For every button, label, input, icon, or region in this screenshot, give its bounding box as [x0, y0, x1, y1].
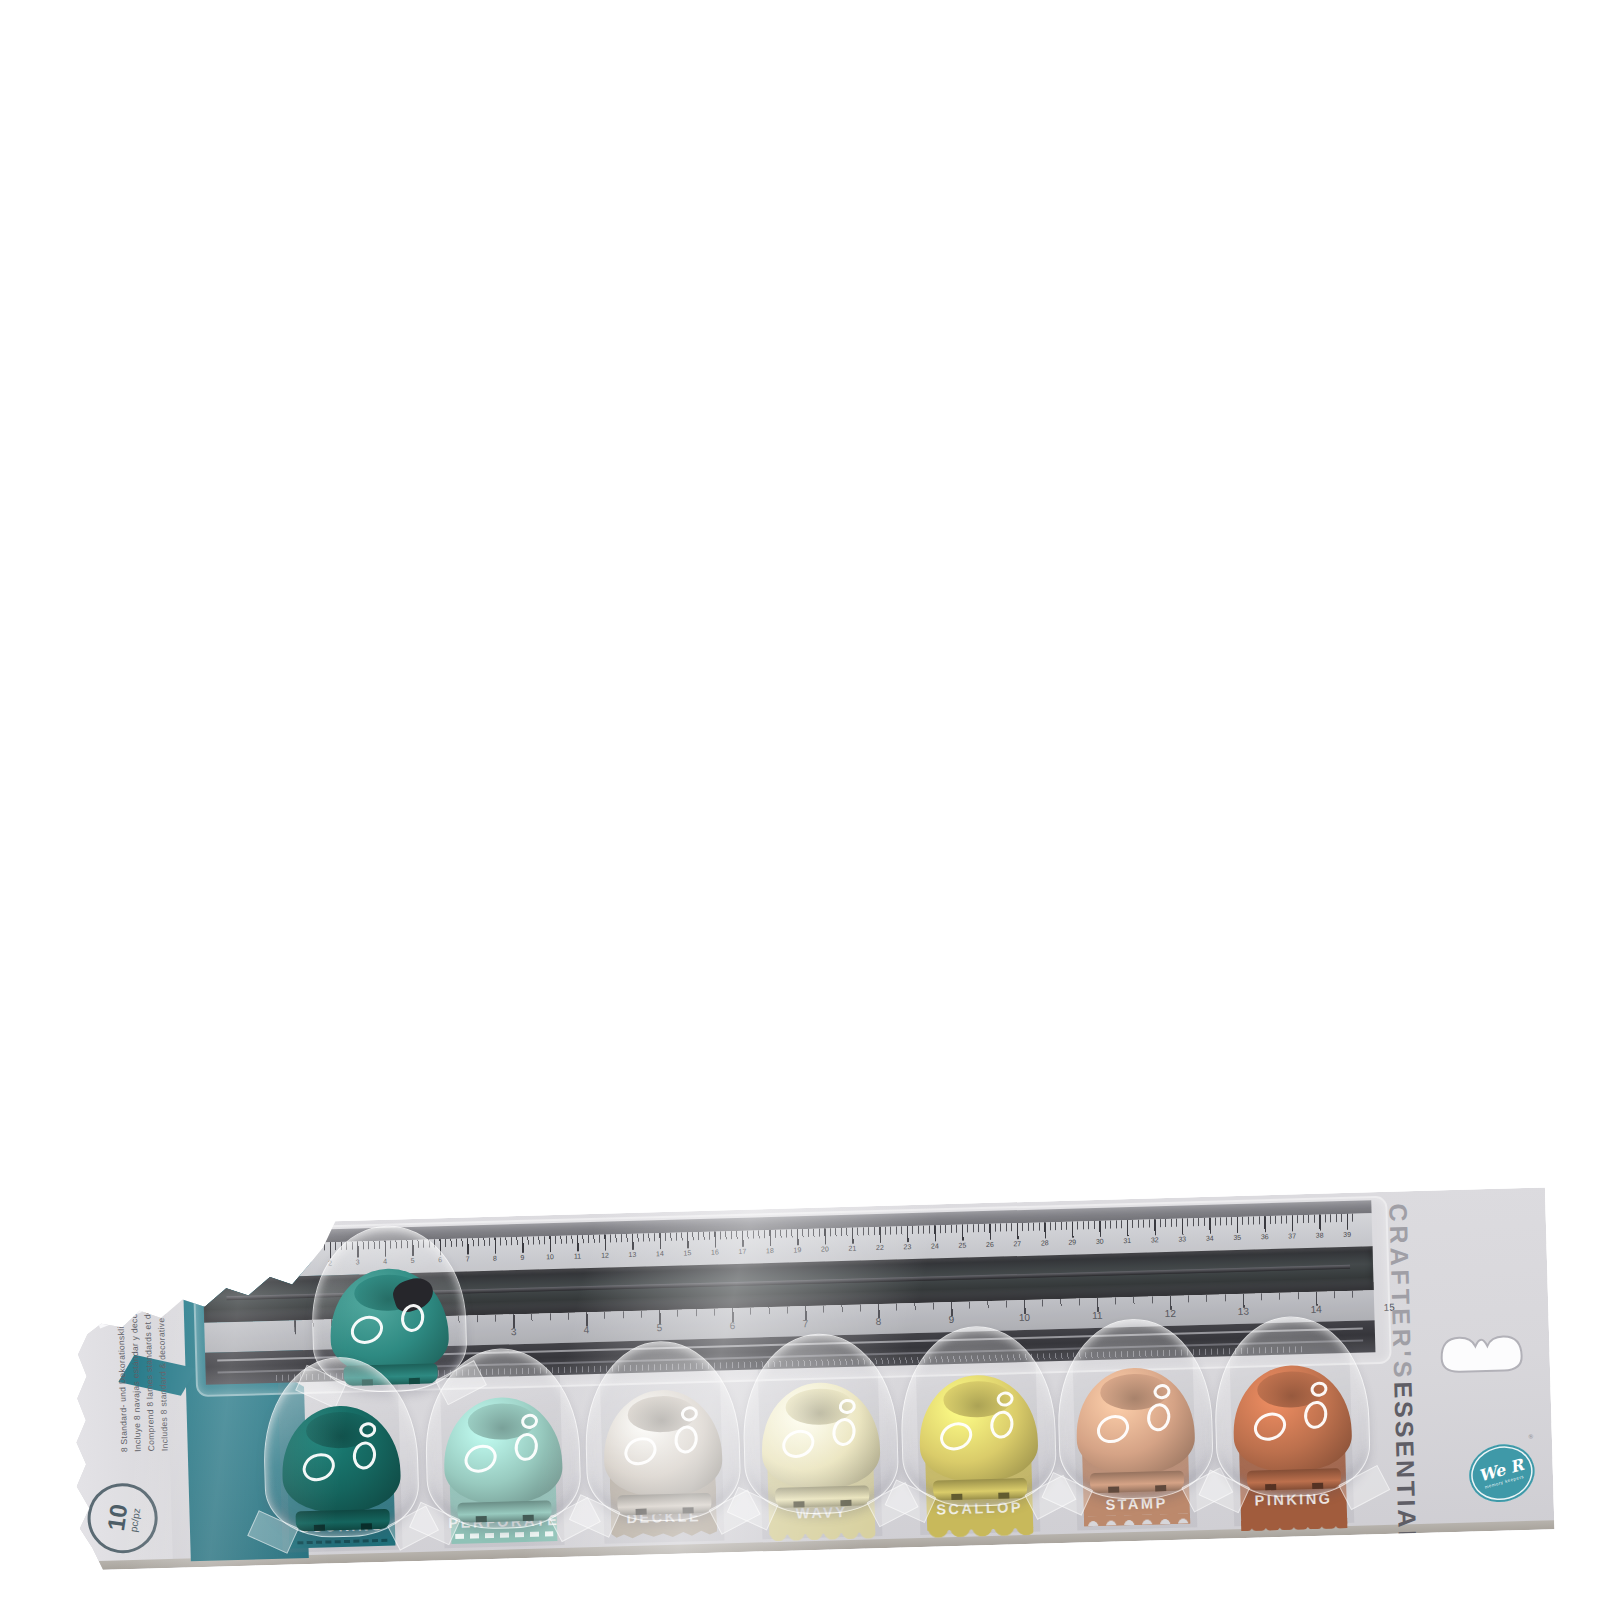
- blade-knob: [281, 1404, 402, 1513]
- base-notch: [523, 1515, 534, 1521]
- plastic-highlight: [1093, 1410, 1134, 1448]
- piece-count-unit: pc/pz: [127, 1507, 141, 1532]
- knob-base: [1247, 1468, 1342, 1491]
- base-notch: [1155, 1485, 1166, 1491]
- includes-text-block: 8 Standard- und Dekorationsklingen inkl.…: [110, 1236, 173, 1453]
- knob-base: [1090, 1471, 1185, 1494]
- blade-knob: [918, 1374, 1039, 1483]
- plastic-highlight: [778, 1424, 819, 1462]
- product-photo: 8 Standard- und Dekorationsklingen inkl.…: [0, 0, 1600, 1600]
- includes-line: 8 Standard- und Dekorationsklingen inkl.: [113, 1237, 129, 1452]
- registered-mark: ®: [1528, 1433, 1534, 1440]
- base-notch: [1312, 1483, 1323, 1489]
- backing-card: 8 Standard- und Dekorationsklingen inkl.…: [64, 1187, 1555, 1570]
- base-notch: [314, 1525, 325, 1531]
- trademark: TM: [1404, 1572, 1414, 1585]
- plastic-highlight: [1250, 1407, 1291, 1445]
- knob-base: [775, 1485, 870, 1508]
- plastic-highlight: [346, 1310, 387, 1348]
- blade-knob: [760, 1381, 881, 1490]
- knob-base: [933, 1478, 1028, 1501]
- base-notch: [951, 1494, 962, 1500]
- knob-base: [457, 1500, 552, 1523]
- plastic-highlight: [936, 1417, 977, 1455]
- plastic-highlight: [298, 1448, 339, 1486]
- knob-base: [617, 1493, 712, 1516]
- base-notch: [636, 1509, 647, 1515]
- base-notch: [793, 1501, 804, 1507]
- includes-line: Incluye 8 navajas estándar y decorativas…: [127, 1237, 143, 1452]
- includes-line: Comprend 8 lames standards et décorative…: [140, 1236, 156, 1451]
- subtitle-lines: MAGNETIC TWIST TRIMMERDÉCOUPEUSE MAGNÉTI…: [1398, 1585, 1442, 1600]
- blade-knob: [442, 1396, 563, 1505]
- blade-knob: [1232, 1364, 1353, 1473]
- base-notch: [998, 1492, 1009, 1498]
- hang-hole: [1435, 1324, 1528, 1381]
- we-r-script-logo: We R: [230, 1257, 280, 1280]
- base-notch: [1108, 1486, 1119, 1492]
- blister-package: 8 Standard- und Dekorationsklingen inkl.…: [64, 1187, 1555, 1570]
- base-notch: [476, 1516, 487, 1522]
- includes-line: Includes 8 standard & decorative blades.: [154, 1236, 170, 1451]
- subtitle-line: MAGNETIC TWIST TRIMMER: [1401, 1585, 1426, 1600]
- base-notch: [840, 1500, 851, 1506]
- title-essentials: ESSENTIALSTM: [1388, 1381, 1423, 1586]
- base-notch: [683, 1507, 694, 1513]
- plastic-highlight: [620, 1432, 661, 1470]
- base-notch: [409, 1378, 420, 1384]
- blade-knob: [1075, 1366, 1196, 1475]
- base-notch: [361, 1523, 372, 1529]
- plastic-highlight: [460, 1439, 501, 1477]
- knob-base: [295, 1509, 390, 1532]
- blade-knob: [602, 1388, 723, 1497]
- base-notch: [1265, 1484, 1276, 1490]
- we-r-oval-logo: ® We R memory keepers: [1462, 1437, 1541, 1510]
